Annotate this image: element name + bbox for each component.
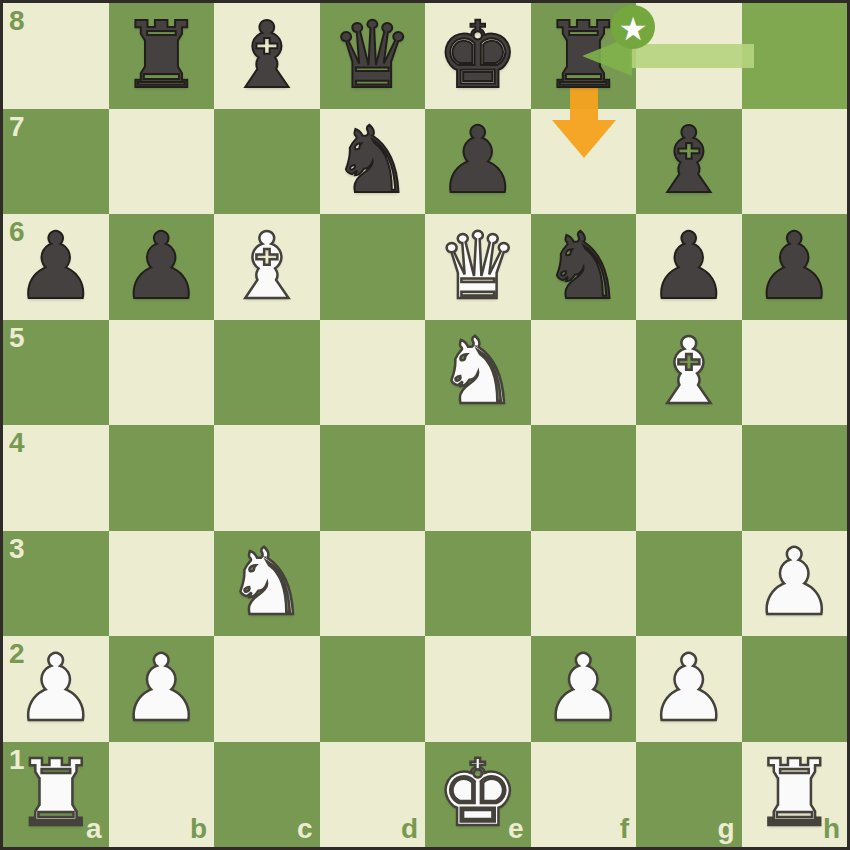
square-d8[interactable]: ♛ [320,3,426,109]
square-a6[interactable]: 6♟ [3,214,109,320]
square-d3[interactable] [320,531,426,637]
square-a2[interactable]: 2♟ [3,636,109,742]
square-e4[interactable] [425,425,531,531]
square-c4[interactable] [214,425,320,531]
square-b4[interactable] [109,425,215,531]
chess-board: 8♜♝♛♚♜7♞♟♝6♟♟♝♛♞♟♟5♞♝43♞♟2♟♟♟♟1a♜bcde♚fg… [3,3,847,847]
square-f8[interactable]: ♜ [531,3,637,109]
square-b7[interactable] [109,109,215,215]
square-h5[interactable] [742,320,848,426]
piece-white-pawn-a2[interactable]: ♟ [15,643,97,735]
square-b8[interactable]: ♜ [109,3,215,109]
square-b3[interactable] [109,531,215,637]
piece-black-bishop-g7[interactable]: ♝ [648,115,730,207]
square-e5[interactable]: ♞ [425,320,531,426]
file-label-f: f [620,815,629,843]
square-e3[interactable] [425,531,531,637]
rank-label-7: 7 [9,113,25,141]
piece-black-pawn-g6[interactable]: ♟ [648,221,730,313]
square-c5[interactable] [214,320,320,426]
square-f5[interactable] [531,320,637,426]
piece-black-pawn-e7[interactable]: ♟ [437,115,519,207]
square-g8[interactable] [636,3,742,109]
square-g1[interactable]: g [636,742,742,848]
piece-black-pawn-a6[interactable]: ♟ [15,221,97,313]
square-e1[interactable]: e♚ [425,742,531,848]
piece-black-king-e8[interactable]: ♚ [437,10,519,102]
square-c6[interactable]: ♝ [214,214,320,320]
square-c3[interactable]: ♞ [214,531,320,637]
file-label-b: b [190,815,207,843]
square-d4[interactable] [320,425,426,531]
file-label-d: d [401,815,418,843]
square-e2[interactable] [425,636,531,742]
piece-white-knight-c3[interactable]: ♞ [226,537,308,629]
square-d1[interactable]: d [320,742,426,848]
piece-black-knight-f6[interactable]: ♞ [542,221,624,313]
square-g6[interactable]: ♟ [636,214,742,320]
piece-black-knight-d7[interactable]: ♞ [331,115,413,207]
piece-white-pawn-b2[interactable]: ♟ [120,643,202,735]
piece-white-pawn-h3[interactable]: ♟ [753,537,835,629]
piece-black-rook-f8[interactable]: ♜ [542,10,624,102]
chess-board-screenshot: 8♜♝♛♚♜7♞♟♝6♟♟♝♛♞♟♟5♞♝43♞♟2♟♟♟♟1a♜bcde♚fg… [0,0,850,850]
square-g4[interactable] [636,425,742,531]
square-g2[interactable]: ♟ [636,636,742,742]
square-f7[interactable] [531,109,637,215]
piece-white-pawn-f2[interactable]: ♟ [542,643,624,735]
piece-white-pawn-g2[interactable]: ♟ [648,643,730,735]
square-c2[interactable] [214,636,320,742]
piece-black-rook-b8[interactable]: ♜ [120,10,202,102]
square-c7[interactable] [214,109,320,215]
square-h8[interactable] [742,3,848,109]
square-b5[interactable] [109,320,215,426]
square-f4[interactable] [531,425,637,531]
square-h7[interactable] [742,109,848,215]
piece-white-knight-e5[interactable]: ♞ [437,326,519,418]
square-e7[interactable]: ♟ [425,109,531,215]
square-c8[interactable]: ♝ [214,3,320,109]
square-a4[interactable]: 4 [3,425,109,531]
square-d6[interactable] [320,214,426,320]
square-h2[interactable] [742,636,848,742]
square-e8[interactable]: ♚ [425,3,531,109]
piece-black-pawn-b6[interactable]: ♟ [120,221,202,313]
square-g5[interactable]: ♝ [636,320,742,426]
file-label-c: c [297,815,313,843]
square-a8[interactable]: 8 [3,3,109,109]
square-a3[interactable]: 3 [3,531,109,637]
square-f3[interactable] [531,531,637,637]
piece-white-rook-a1[interactable]: ♜ [15,748,97,840]
square-f2[interactable]: ♟ [531,636,637,742]
square-c1[interactable]: c [214,742,320,848]
piece-black-bishop-c8[interactable]: ♝ [226,10,308,102]
square-h4[interactable] [742,425,848,531]
square-h1[interactable]: h♜ [742,742,848,848]
square-h3[interactable]: ♟ [742,531,848,637]
square-b6[interactable]: ♟ [109,214,215,320]
piece-black-pawn-h6[interactable]: ♟ [753,221,835,313]
square-g7[interactable]: ♝ [636,109,742,215]
piece-white-king-e1[interactable]: ♚ [437,748,519,840]
piece-white-queen-e6[interactable]: ♛ [437,221,519,313]
rank-label-3: 3 [9,535,25,563]
square-a5[interactable]: 5 [3,320,109,426]
square-a7[interactable]: 7 [3,109,109,215]
file-label-g: g [717,815,734,843]
square-e6[interactable]: ♛ [425,214,531,320]
piece-white-rook-h1[interactable]: ♜ [753,748,835,840]
rank-label-5: 5 [9,324,25,352]
rank-label-8: 8 [9,7,25,35]
square-f1[interactable]: f [531,742,637,848]
square-d2[interactable] [320,636,426,742]
square-b2[interactable]: ♟ [109,636,215,742]
square-a1[interactable]: 1a♜ [3,742,109,848]
piece-white-bishop-c6[interactable]: ♝ [226,221,308,313]
square-d5[interactable] [320,320,426,426]
square-b1[interactable]: b [109,742,215,848]
rank-label-4: 4 [9,429,25,457]
square-g3[interactable] [636,531,742,637]
square-f6[interactable]: ♞ [531,214,637,320]
square-d7[interactable]: ♞ [320,109,426,215]
piece-black-queen-d8[interactable]: ♛ [331,10,413,102]
square-h6[interactable]: ♟ [742,214,848,320]
piece-white-bishop-g5[interactable]: ♝ [648,326,730,418]
